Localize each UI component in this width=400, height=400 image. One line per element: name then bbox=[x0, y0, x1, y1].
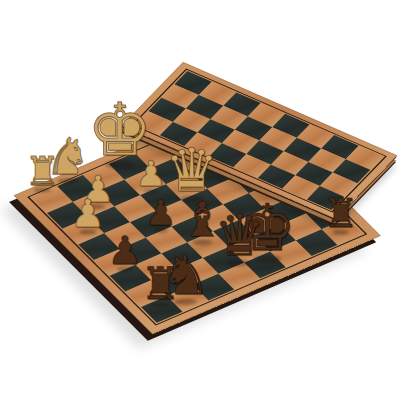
chess-set-product-photo: ♚♞♜♟♟♟♛♟♝♛♚♜♟♞♜ bbox=[0, 0, 400, 400]
